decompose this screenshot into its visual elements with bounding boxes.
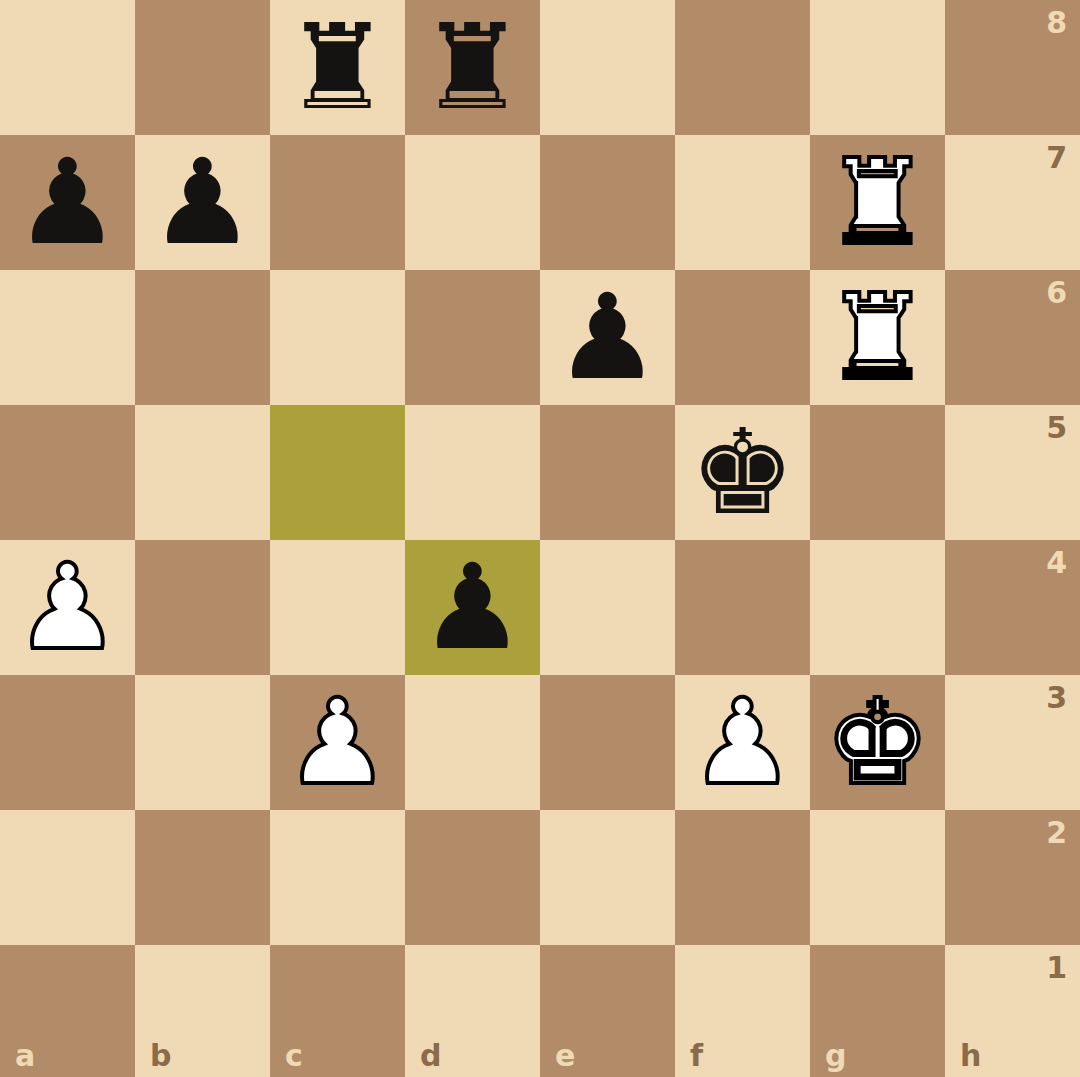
square-d1[interactable]: d xyxy=(405,945,540,1077)
square-b1[interactable]: b xyxy=(135,945,270,1077)
file-label-c: c xyxy=(285,1041,303,1071)
square-d7[interactable] xyxy=(405,135,540,270)
square-a2[interactable] xyxy=(0,810,135,945)
square-b5[interactable] xyxy=(135,405,270,540)
square-h7[interactable]: 7 xyxy=(945,135,1080,270)
square-f2[interactable] xyxy=(675,810,810,945)
square-b3[interactable] xyxy=(135,675,270,810)
square-c3[interactable]: ♟ xyxy=(270,675,405,810)
square-e5[interactable] xyxy=(540,405,675,540)
square-a1[interactable]: a xyxy=(0,945,135,1077)
square-c8[interactable]: ♜ xyxy=(270,0,405,135)
square-e8[interactable] xyxy=(540,0,675,135)
rank-label-4: 4 xyxy=(1046,548,1067,578)
square-g1[interactable]: g xyxy=(810,945,945,1077)
square-b2[interactable] xyxy=(135,810,270,945)
square-d8[interactable]: ♜ xyxy=(405,0,540,135)
square-a4[interactable]: ♟ xyxy=(0,540,135,675)
square-b4[interactable] xyxy=(135,540,270,675)
square-b6[interactable] xyxy=(135,270,270,405)
square-h2[interactable]: 2 xyxy=(945,810,1080,945)
file-label-a: a xyxy=(15,1041,35,1071)
square-a5[interactable] xyxy=(0,405,135,540)
file-label-g: g xyxy=(825,1041,846,1071)
file-label-b: b xyxy=(150,1041,171,1071)
square-g5[interactable] xyxy=(810,405,945,540)
rank-label-2: 2 xyxy=(1046,818,1067,848)
square-d3[interactable] xyxy=(405,675,540,810)
white-pawn[interactable]: ♟ xyxy=(285,675,391,810)
square-c1[interactable]: c xyxy=(270,945,405,1077)
white-king[interactable]: ♚ xyxy=(825,675,931,810)
square-f6[interactable] xyxy=(675,270,810,405)
square-f7[interactable] xyxy=(675,135,810,270)
square-e7[interactable] xyxy=(540,135,675,270)
file-label-f: f xyxy=(690,1041,703,1071)
square-a7[interactable]: ♟ xyxy=(0,135,135,270)
square-f5[interactable]: ♚ xyxy=(675,405,810,540)
black-rook[interactable]: ♜ xyxy=(285,0,391,135)
chess-board-container: ♜♜8♟♟♜7♟♜6♚5♟♟4♟♟♚32abcdefgh1 xyxy=(0,0,1080,1077)
square-f4[interactable] xyxy=(675,540,810,675)
square-f1[interactable]: f xyxy=(675,945,810,1077)
square-g6[interactable]: ♜ xyxy=(810,270,945,405)
square-d4[interactable]: ♟ xyxy=(405,540,540,675)
square-h8[interactable]: 8 xyxy=(945,0,1080,135)
square-d6[interactable] xyxy=(405,270,540,405)
file-label-h: h xyxy=(960,1041,981,1071)
square-c6[interactable] xyxy=(270,270,405,405)
square-g7[interactable]: ♜ xyxy=(810,135,945,270)
square-e6[interactable]: ♟ xyxy=(540,270,675,405)
square-c7[interactable] xyxy=(270,135,405,270)
white-rook[interactable]: ♜ xyxy=(825,270,931,405)
white-pawn[interactable]: ♟ xyxy=(15,540,121,675)
square-e3[interactable] xyxy=(540,675,675,810)
square-g2[interactable] xyxy=(810,810,945,945)
rank-label-1: 1 xyxy=(1046,953,1067,983)
rank-label-5: 5 xyxy=(1046,413,1067,443)
square-h1[interactable]: h1 xyxy=(945,945,1080,1077)
white-rook[interactable]: ♜ xyxy=(825,135,931,270)
square-a6[interactable] xyxy=(0,270,135,405)
square-c2[interactable] xyxy=(270,810,405,945)
square-d5[interactable] xyxy=(405,405,540,540)
chess-board: ♜♜8♟♟♜7♟♜6♚5♟♟4♟♟♚32abcdefgh1 xyxy=(0,0,1080,1077)
file-label-d: d xyxy=(420,1041,441,1071)
black-pawn[interactable]: ♟ xyxy=(420,540,526,675)
rank-label-8: 8 xyxy=(1046,8,1067,38)
rank-label-3: 3 xyxy=(1046,683,1067,713)
file-label-e: e xyxy=(555,1041,575,1071)
black-pawn[interactable]: ♟ xyxy=(150,135,256,270)
black-pawn[interactable]: ♟ xyxy=(15,135,121,270)
square-e4[interactable] xyxy=(540,540,675,675)
rank-label-7: 7 xyxy=(1046,143,1067,173)
square-b8[interactable] xyxy=(135,0,270,135)
square-c4[interactable] xyxy=(270,540,405,675)
square-g4[interactable] xyxy=(810,540,945,675)
square-h4[interactable]: 4 xyxy=(945,540,1080,675)
black-king[interactable]: ♚ xyxy=(690,405,796,540)
square-e1[interactable]: e xyxy=(540,945,675,1077)
black-rook[interactable]: ♜ xyxy=(420,0,526,135)
square-h3[interactable]: 3 xyxy=(945,675,1080,810)
white-pawn[interactable]: ♟ xyxy=(690,675,796,810)
square-h5[interactable]: 5 xyxy=(945,405,1080,540)
square-f8[interactable] xyxy=(675,0,810,135)
rank-label-6: 6 xyxy=(1046,278,1067,308)
square-g3[interactable]: ♚ xyxy=(810,675,945,810)
square-a3[interactable] xyxy=(0,675,135,810)
square-e2[interactable] xyxy=(540,810,675,945)
square-h6[interactable]: 6 xyxy=(945,270,1080,405)
black-pawn[interactable]: ♟ xyxy=(555,270,661,405)
square-c5[interactable] xyxy=(270,405,405,540)
square-f3[interactable]: ♟ xyxy=(675,675,810,810)
square-d2[interactable] xyxy=(405,810,540,945)
square-b7[interactable]: ♟ xyxy=(135,135,270,270)
square-a8[interactable] xyxy=(0,0,135,135)
square-g8[interactable] xyxy=(810,0,945,135)
